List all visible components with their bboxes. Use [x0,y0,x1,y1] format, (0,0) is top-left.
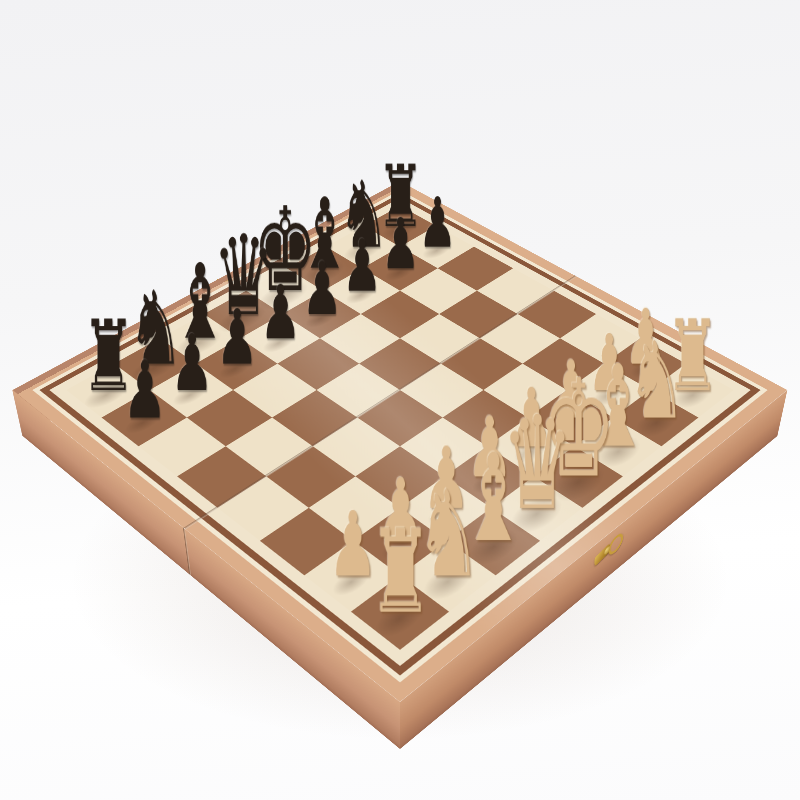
piece-black-pawn-a7[interactable]: ♟ [100,350,189,430]
fold-seam-edge [183,527,191,576]
latch-ring-icon [607,530,624,559]
piece-white-rook-a1[interactable]: ♜ [349,514,451,629]
background: ♜♞♝♛♚♝♞♜♟♟♟♟♟♟♟♟♟♟♟♟♟♟♟♟♜♞♝♛♚♝♞♜ [0,0,800,800]
